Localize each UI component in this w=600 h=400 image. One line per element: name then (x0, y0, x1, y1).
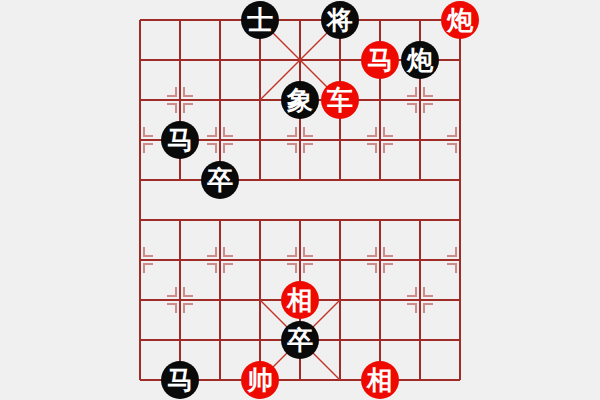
intersection-1-0[interactable] (160, 0, 200, 40)
intersection-8-9[interactable] (440, 360, 480, 400)
intersection-6-7[interactable] (360, 280, 400, 320)
intersection-0-5[interactable] (120, 200, 160, 240)
intersection-8-4[interactable] (440, 160, 480, 200)
intersection-7-5[interactable] (400, 200, 440, 240)
intersection-4-5[interactable] (280, 200, 320, 240)
piece-black-soldier[interactable]: 卒 (201, 161, 239, 199)
intersection-2-6[interactable] (200, 240, 240, 280)
intersection-4-7[interactable]: 相 (280, 280, 320, 320)
intersection-1-4[interactable] (160, 160, 200, 200)
intersection-3-7[interactable] (240, 280, 280, 320)
intersection-7-4[interactable] (400, 160, 440, 200)
piece-black-elephant[interactable]: 象 (281, 81, 319, 119)
intersection-5-9[interactable] (320, 360, 360, 400)
intersection-8-7[interactable] (440, 280, 480, 320)
intersection-8-2[interactable] (440, 80, 480, 120)
intersection-4-0[interactable] (280, 0, 320, 40)
intersection-8-1[interactable] (440, 40, 480, 80)
piece-black-advisor[interactable]: 士 (241, 1, 279, 39)
piece-red-cannon[interactable]: 炮 (441, 1, 479, 39)
intersection-2-9[interactable] (200, 360, 240, 400)
intersection-5-1[interactable] (320, 40, 360, 80)
intersection-3-3[interactable] (240, 120, 280, 160)
intersection-3-5[interactable] (240, 200, 280, 240)
intersection-5-0[interactable]: 将 (320, 0, 360, 40)
intersection-2-2[interactable] (200, 80, 240, 120)
intersection-6-9[interactable]: 相 (360, 360, 400, 400)
intersection-0-0[interactable] (120, 0, 160, 40)
intersection-8-3[interactable] (440, 120, 480, 160)
intersection-6-1[interactable]: 马 (360, 40, 400, 80)
intersection-0-7[interactable] (120, 280, 160, 320)
piece-black-cannon[interactable]: 炮 (401, 41, 439, 79)
intersection-3-4[interactable] (240, 160, 280, 200)
intersection-1-6[interactable] (160, 240, 200, 280)
intersection-4-9[interactable] (280, 360, 320, 400)
intersection-4-3[interactable] (280, 120, 320, 160)
intersection-5-8[interactable] (320, 320, 360, 360)
xiangqi-board: 士将炮马炮象车马卒相卒马帅相 (120, 0, 480, 400)
intersection-7-6[interactable] (400, 240, 440, 280)
intersection-5-5[interactable] (320, 200, 360, 240)
piece-red-elephant[interactable]: 相 (361, 361, 399, 399)
intersection-0-6[interactable] (120, 240, 160, 280)
intersection-0-2[interactable] (120, 80, 160, 120)
intersection-6-4[interactable] (360, 160, 400, 200)
intersection-3-6[interactable] (240, 240, 280, 280)
intersection-4-6[interactable] (280, 240, 320, 280)
piece-red-elephant[interactable]: 相 (281, 281, 319, 319)
intersection-5-4[interactable] (320, 160, 360, 200)
intersection-2-4[interactable]: 卒 (200, 160, 240, 200)
intersection-1-2[interactable] (160, 80, 200, 120)
piece-black-general[interactable]: 将 (321, 1, 359, 39)
intersection-4-8[interactable]: 卒 (280, 320, 320, 360)
piece-red-horse[interactable]: 马 (361, 41, 399, 79)
intersection-8-0[interactable]: 炮 (440, 0, 480, 40)
intersection-2-8[interactable] (200, 320, 240, 360)
intersection-2-1[interactable] (200, 40, 240, 80)
intersection-8-6[interactable] (440, 240, 480, 280)
intersection-4-1[interactable] (280, 40, 320, 80)
intersection-2-3[interactable] (200, 120, 240, 160)
intersection-4-4[interactable] (280, 160, 320, 200)
intersection-7-3[interactable] (400, 120, 440, 160)
intersection-6-5[interactable] (360, 200, 400, 240)
intersection-7-7[interactable] (400, 280, 440, 320)
intersection-4-2[interactable]: 象 (280, 80, 320, 120)
piece-black-horse[interactable]: 马 (161, 121, 199, 159)
intersection-2-0[interactable] (200, 0, 240, 40)
intersection-0-3[interactable] (120, 120, 160, 160)
intersection-6-6[interactable] (360, 240, 400, 280)
intersection-0-4[interactable] (120, 160, 160, 200)
intersection-7-8[interactable] (400, 320, 440, 360)
intersection-3-0[interactable]: 士 (240, 0, 280, 40)
intersection-5-3[interactable] (320, 120, 360, 160)
intersection-5-2[interactable]: 车 (320, 80, 360, 120)
intersection-3-2[interactable] (240, 80, 280, 120)
intersection-7-9[interactable] (400, 360, 440, 400)
intersection-7-1[interactable]: 炮 (400, 40, 440, 80)
intersection-2-5[interactable] (200, 200, 240, 240)
intersection-7-2[interactable] (400, 80, 440, 120)
intersection-6-0[interactable] (360, 0, 400, 40)
intersection-6-8[interactable] (360, 320, 400, 360)
intersection-2-7[interactable] (200, 280, 240, 320)
intersection-5-6[interactable] (320, 240, 360, 280)
intersection-6-2[interactable] (360, 80, 400, 120)
intersection-6-3[interactable] (360, 120, 400, 160)
intersection-8-8[interactable] (440, 320, 480, 360)
intersection-3-1[interactable] (240, 40, 280, 80)
intersection-0-9[interactable] (120, 360, 160, 400)
intersection-7-0[interactable] (400, 0, 440, 40)
intersection-3-9[interactable]: 帅 (240, 360, 280, 400)
piece-black-soldier[interactable]: 卒 (281, 321, 319, 359)
intersection-1-9[interactable]: 马 (160, 360, 200, 400)
piece-red-general[interactable]: 帅 (241, 361, 279, 399)
piece-black-horse[interactable]: 马 (161, 361, 199, 399)
intersection-3-8[interactable] (240, 320, 280, 360)
intersection-1-5[interactable] (160, 200, 200, 240)
intersection-1-3[interactable]: 马 (160, 120, 200, 160)
xiangqi-screen: 士将炮马炮象车马卒相卒马帅相 (0, 0, 600, 400)
intersection-0-1[interactable] (120, 40, 160, 80)
intersection-1-1[interactable] (160, 40, 200, 80)
intersection-8-5[interactable] (440, 200, 480, 240)
intersection-1-8[interactable] (160, 320, 200, 360)
intersection-5-7[interactable] (320, 280, 360, 320)
intersection-1-7[interactable] (160, 280, 200, 320)
intersection-0-8[interactable] (120, 320, 160, 360)
piece-red-chariot[interactable]: 车 (321, 81, 359, 119)
